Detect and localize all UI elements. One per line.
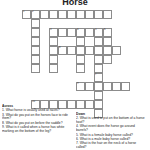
crossword-cell[interactable] (85, 46, 94, 55)
down-clue-list: 2. What is used to put on the bottom of … (76, 116, 148, 149)
clue-item: 7. What is the hair on the neck of a hor… (76, 142, 148, 150)
crossword-cell[interactable] (94, 64, 103, 73)
clue-item: 9. What is it called when a horse has wh… (2, 125, 74, 133)
crossword-cell[interactable] (67, 10, 76, 19)
crossword-cell[interactable]: 4 (76, 28, 85, 37)
crossword-cell[interactable] (94, 91, 103, 100)
clue-number: 4 (77, 28, 79, 31)
crossword-cell[interactable] (94, 10, 103, 19)
clue-item: 6. What is a male baby horse called? (76, 137, 148, 141)
crossword-cell[interactable] (103, 37, 112, 46)
crossword-cell[interactable] (85, 100, 94, 109)
crossword-cell[interactable] (31, 28, 40, 37)
crossword-cell[interactable] (76, 55, 85, 64)
crossword-cell[interactable] (67, 28, 76, 37)
crossword-cell[interactable] (103, 10, 112, 19)
clue-number: 2 (32, 10, 34, 13)
crossword-cell[interactable] (58, 10, 67, 19)
clue-number: 10 (32, 100, 35, 103)
crossword-cell[interactable]: 2 (31, 10, 40, 19)
crossword-cell[interactable] (103, 55, 112, 64)
crossword-cell[interactable] (76, 100, 85, 109)
crossword-cell[interactable] (76, 10, 85, 19)
crossword-cell[interactable] (112, 82, 121, 91)
down-header: Down (76, 112, 148, 116)
crossword-cell[interactable]: 6 (103, 28, 112, 37)
crossword-cell[interactable] (31, 55, 40, 64)
crossword-cell[interactable] (49, 37, 58, 46)
across-clues: Across 1. What horse is usually used at … (2, 104, 74, 134)
crossword-cell[interactable]: 9 (76, 82, 85, 91)
clue-number: 9 (77, 82, 79, 85)
clue-number: 3 (50, 28, 52, 31)
crossword-cell[interactable] (94, 100, 103, 109)
crossword-cell[interactable] (40, 10, 49, 19)
crossword-cell[interactable] (85, 28, 94, 37)
clue-item: 4. What event does the horse go around b… (76, 125, 148, 133)
crossword-cell[interactable] (85, 82, 94, 91)
clue-item: 2. What is used to put on the bottom of … (76, 116, 148, 124)
crossword-cell[interactable] (49, 46, 58, 55)
clue-item: 8. What do you put on before the saddle? (2, 121, 74, 125)
crossword-cell[interactable] (31, 46, 40, 55)
crossword-cell[interactable] (49, 10, 58, 19)
crossword-page: Horse 12345687910 Across 1. What horse i… (0, 0, 150, 150)
clue-number: 6 (104, 28, 106, 31)
clue-number: 7 (95, 73, 97, 76)
crossword-cell[interactable] (94, 55, 103, 64)
crossword-cell[interactable] (31, 64, 40, 73)
down-clues: Down 2. What is used to put on the botto… (76, 112, 148, 150)
crossword-cell[interactable] (94, 37, 103, 46)
crossword-cell[interactable]: 5 (94, 28, 103, 37)
crossword-cell[interactable]: 8 (58, 46, 67, 55)
crossword-cell[interactable] (67, 46, 76, 55)
crossword-cell[interactable] (121, 82, 130, 91)
crossword-cell[interactable] (31, 19, 40, 28)
crossword-cell[interactable] (58, 28, 67, 37)
crossword-cell[interactable] (76, 64, 85, 73)
clue-item: 3. What do you put on the horses face to… (2, 113, 74, 121)
clue-number: 8 (59, 46, 61, 49)
crossword-cell[interactable] (49, 64, 58, 73)
crossword-cell[interactable] (103, 46, 112, 55)
crossword-cell[interactable] (76, 37, 85, 46)
across-header: Across (2, 104, 74, 108)
crossword-cell[interactable] (94, 46, 103, 55)
crossword-cell[interactable] (103, 82, 112, 91)
clue-number: 1 (23, 10, 25, 13)
clue-number: 5 (95, 28, 97, 31)
crossword-cell[interactable] (76, 46, 85, 55)
clue-item: 5. What is a female baby horse called? (76, 133, 148, 137)
crossword-cell[interactable]: 1 (22, 10, 31, 19)
crossword-cell[interactable] (94, 82, 103, 91)
crossword-cell[interactable] (49, 55, 58, 64)
crossword-cell[interactable] (85, 10, 94, 19)
clue-item: 1. What horse is usually used at races? (2, 108, 74, 112)
crossword-cell[interactable] (112, 46, 121, 55)
crossword-cell[interactable]: 3 (49, 28, 58, 37)
across-clue-list: 1. What horse is usually used at races?3… (2, 108, 74, 133)
crossword-cell[interactable]: 7 (94, 73, 103, 82)
crossword-cell[interactable] (31, 37, 40, 46)
